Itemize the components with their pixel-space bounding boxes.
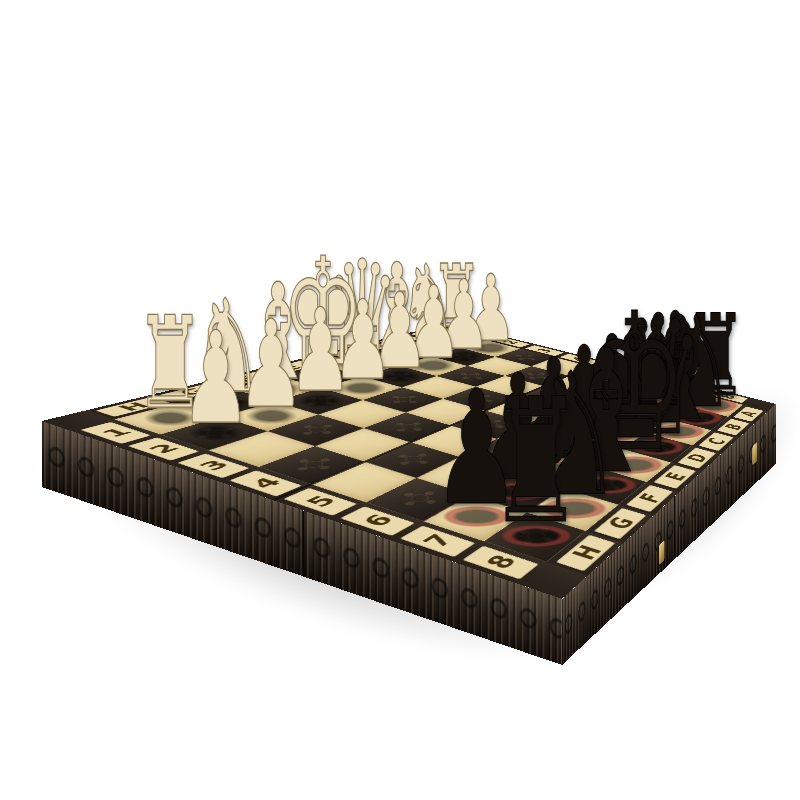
label-text: H: [565, 542, 608, 563]
label-text: 2: [142, 442, 185, 456]
label-text: 8: [478, 552, 522, 572]
label-text: 3: [192, 458, 235, 473]
label-text: A: [736, 409, 761, 418]
label-text: B: [720, 422, 746, 432]
fold-seam-left-face: [302, 510, 305, 577]
label-text: F: [633, 491, 667, 505]
fold-seam-right-face: [674, 496, 675, 560]
metal-clasp-icon: [659, 540, 664, 565]
label-text: 1: [95, 426, 138, 439]
label-text: C: [702, 436, 730, 447]
label-text: 6: [356, 512, 400, 530]
metal-clasp-icon: [752, 442, 757, 466]
label-text: 7: [416, 531, 460, 550]
label-text: 5: [299, 493, 343, 510]
label-text: 4: [244, 475, 288, 491]
product-photo-stage: 12345678AABBCCDDEEFFGGHH12345678 ♜♞♝♛♚♝♞…: [0, 0, 800, 800]
label-text: D: [682, 452, 712, 464]
label-text: G: [601, 514, 640, 532]
label-text: E: [659, 470, 690, 483]
